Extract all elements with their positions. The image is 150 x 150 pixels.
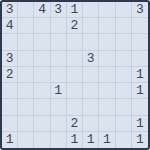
- cell-r3c5-empty[interactable]: [67, 34, 83, 50]
- cell-r8c3-empty[interactable]: [34, 116, 50, 132]
- cell-r7c1-empty[interactable]: [2, 99, 18, 115]
- cell-r4c2-empty[interactable]: [18, 51, 34, 67]
- cell-r4c4-empty[interactable]: [51, 51, 67, 67]
- cell-r4c3-empty[interactable]: [34, 51, 50, 67]
- cell-r1c6-empty[interactable]: [83, 2, 99, 18]
- cell-r1c9-clue-3[interactable]: 3: [132, 2, 148, 18]
- cell-r5c9-clue-1[interactable]: 1: [132, 67, 148, 83]
- cell-r6c3-empty[interactable]: [34, 83, 50, 99]
- cell-r6c2-empty[interactable]: [18, 83, 34, 99]
- cell-r3c3-empty[interactable]: [34, 34, 50, 50]
- cell-r7c6-empty[interactable]: [83, 99, 99, 115]
- cell-r6c1-empty[interactable]: [2, 83, 18, 99]
- cell-r8c4-empty[interactable]: [51, 116, 67, 132]
- cell-r8c8-empty[interactable]: [116, 116, 132, 132]
- cell-r1c2-empty[interactable]: [18, 2, 34, 18]
- cell-r2c8-empty[interactable]: [116, 18, 132, 34]
- cell-r1c5-clue-1[interactable]: 1: [67, 2, 83, 18]
- cell-r8c2-empty[interactable]: [18, 116, 34, 132]
- cell-r7c3-empty[interactable]: [34, 99, 50, 115]
- cell-r9c2-empty[interactable]: [18, 132, 34, 148]
- cell-r7c4-empty[interactable]: [51, 99, 67, 115]
- cell-r6c6-empty[interactable]: [83, 83, 99, 99]
- cell-r1c7-empty[interactable]: [99, 2, 115, 18]
- minesweeper-board: 34313423321112111111: [0, 0, 150, 150]
- cell-r5c5-empty[interactable]: [67, 67, 83, 83]
- cell-r5c2-empty[interactable]: [18, 67, 34, 83]
- cell-r9c3-empty[interactable]: [34, 132, 50, 148]
- cell-r2c2-empty[interactable]: [18, 18, 34, 34]
- cell-r1c3-clue-4[interactable]: 4: [34, 2, 50, 18]
- cell-r1c8-empty[interactable]: [116, 2, 132, 18]
- cell-r6c7-empty[interactable]: [99, 83, 115, 99]
- cell-r7c9-empty[interactable]: [132, 99, 148, 115]
- cell-r5c7-empty[interactable]: [99, 67, 115, 83]
- cell-r8c1-empty[interactable]: [2, 116, 18, 132]
- cell-r6c8-empty[interactable]: [116, 83, 132, 99]
- cell-r6c4-clue-1[interactable]: 1: [51, 83, 67, 99]
- cell-r3c8-empty[interactable]: [116, 34, 132, 50]
- cell-r2c1-clue-4[interactable]: 4: [2, 18, 18, 34]
- cell-r4c9-empty[interactable]: [132, 51, 148, 67]
- cell-r9c6-clue-1[interactable]: 1: [83, 132, 99, 148]
- cell-r2c3-empty[interactable]: [34, 18, 50, 34]
- cell-r8c6-empty[interactable]: [83, 116, 99, 132]
- cell-r8c5-clue-2[interactable]: 2: [67, 116, 83, 132]
- cell-r9c1-clue-1[interactable]: 1: [2, 132, 18, 148]
- cell-r3c1-empty[interactable]: [2, 34, 18, 50]
- cell-r4c7-empty[interactable]: [99, 51, 115, 67]
- cell-r8c7-empty[interactable]: [99, 116, 115, 132]
- cell-r2c5-clue-2[interactable]: 2: [67, 18, 83, 34]
- cell-r6c9-clue-1[interactable]: 1: [132, 83, 148, 99]
- cell-r9c8-empty[interactable]: [116, 132, 132, 148]
- cell-r7c2-empty[interactable]: [18, 99, 34, 115]
- cell-r3c2-empty[interactable]: [18, 34, 34, 50]
- cell-r3c6-empty[interactable]: [83, 34, 99, 50]
- cell-r7c7-empty[interactable]: [99, 99, 115, 115]
- cell-r2c4-empty[interactable]: [51, 18, 67, 34]
- cell-r4c1-clue-3[interactable]: 3: [2, 51, 18, 67]
- cell-r3c7-empty[interactable]: [99, 34, 115, 50]
- cell-r4c8-empty[interactable]: [116, 51, 132, 67]
- cell-r5c1-clue-2[interactable]: 2: [2, 67, 18, 83]
- cell-r5c6-empty[interactable]: [83, 67, 99, 83]
- cell-r9c4-empty[interactable]: [51, 132, 67, 148]
- cell-r2c7-empty[interactable]: [99, 18, 115, 34]
- cell-r2c6-empty[interactable]: [83, 18, 99, 34]
- cell-r7c5-empty[interactable]: [67, 99, 83, 115]
- cell-r3c9-empty[interactable]: [132, 34, 148, 50]
- cell-r5c4-empty[interactable]: [51, 67, 67, 83]
- cell-r4c5-empty[interactable]: [67, 51, 83, 67]
- cell-r1c4-clue-3[interactable]: 3: [51, 2, 67, 18]
- cell-r1c1-clue-3[interactable]: 3: [2, 2, 18, 18]
- cell-r5c3-empty[interactable]: [34, 67, 50, 83]
- cell-r6c5-empty[interactable]: [67, 83, 83, 99]
- cell-r5c8-empty[interactable]: [116, 67, 132, 83]
- cell-r9c5-clue-1[interactable]: 1: [67, 132, 83, 148]
- cell-r4c6-clue-3[interactable]: 3: [83, 51, 99, 67]
- cell-r8c9-clue-1[interactable]: 1: [132, 116, 148, 132]
- cell-r9c7-clue-1[interactable]: 1: [99, 132, 115, 148]
- cell-r7c8-empty[interactable]: [116, 99, 132, 115]
- cell-r3c4-empty[interactable]: [51, 34, 67, 50]
- cell-r2c9-empty[interactable]: [132, 18, 148, 34]
- cell-r9c9-clue-1[interactable]: 1: [132, 132, 148, 148]
